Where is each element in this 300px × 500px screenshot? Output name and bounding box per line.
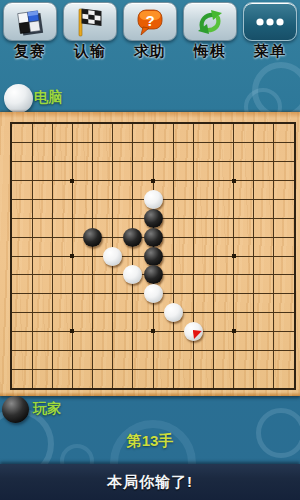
grid-line: [12, 350, 294, 351]
stone-black[interactable]: [123, 228, 142, 247]
computer-name-label: 电脑: [34, 89, 62, 107]
resign-button[interactable]: 认输: [63, 2, 117, 61]
resign-button-label: 认输: [63, 42, 117, 61]
undo-arrows-icon: [194, 6, 226, 38]
resign-button-box[interactable]: [63, 2, 117, 41]
stone-white[interactable]: [123, 265, 142, 284]
board-grid[interactable]: [10, 122, 296, 390]
undo-button-box[interactable]: [183, 2, 237, 41]
undo-button[interactable]: 悔棋: [183, 2, 237, 61]
player-stone-avatar: [2, 396, 29, 423]
grid-line: [12, 312, 294, 313]
stone-black[interactable]: [144, 247, 163, 266]
help-button-label: 求助: [123, 42, 177, 61]
stone-black[interactable]: [144, 265, 163, 284]
checker-tile-icon: [15, 7, 45, 37]
menu-button[interactable]: 菜单: [243, 2, 297, 61]
star-point: [232, 254, 236, 258]
star-point: [70, 329, 74, 333]
grid-line: [12, 369, 294, 370]
stone-white-last-move[interactable]: [184, 322, 203, 341]
grid-line: [253, 124, 254, 388]
grid-line: [173, 124, 174, 388]
ellipsis-menu-icon: [253, 14, 287, 30]
gomoku-board[interactable]: [0, 112, 300, 396]
stone-black[interactable]: [144, 209, 163, 228]
help-button[interactable]: ? 求助: [123, 2, 177, 61]
svg-text:?: ?: [145, 11, 154, 28]
question-bubble-icon: ?: [134, 6, 166, 38]
game-screen: 复赛 认输 ?: [0, 0, 300, 500]
menu-button-box[interactable]: [243, 2, 297, 41]
star-point: [232, 329, 236, 333]
stone-white[interactable]: [144, 284, 163, 303]
grid-line: [193, 124, 194, 388]
result-bar: 本局你输了!: [0, 464, 300, 500]
replay-button-label: 复赛: [3, 42, 57, 61]
last-move-marker: [193, 330, 202, 339]
help-button-box[interactable]: ?: [123, 2, 177, 41]
star-point: [70, 179, 74, 183]
move-counter: 第13手: [0, 432, 300, 451]
replay-button-box[interactable]: [3, 2, 57, 41]
stone-white[interactable]: [164, 303, 183, 322]
stone-black[interactable]: [144, 228, 163, 247]
star-point: [70, 254, 74, 258]
replay-button[interactable]: 复赛: [3, 2, 57, 61]
undo-button-label: 悔棋: [183, 42, 237, 61]
menu-button-label: 菜单: [243, 42, 297, 61]
result-text: 本局你输了!: [107, 473, 193, 492]
star-point: [151, 329, 155, 333]
stone-white[interactable]: [103, 247, 122, 266]
computer-stone-avatar: [4, 84, 33, 113]
star-point: [232, 179, 236, 183]
grid-line: [213, 124, 214, 388]
checkered-flag-icon: [74, 6, 106, 38]
grid-line: [273, 124, 274, 388]
star-point: [151, 179, 155, 183]
stone-white[interactable]: [144, 190, 163, 209]
stone-black[interactable]: [83, 228, 102, 247]
player-name-label: 玩家: [33, 400, 61, 418]
